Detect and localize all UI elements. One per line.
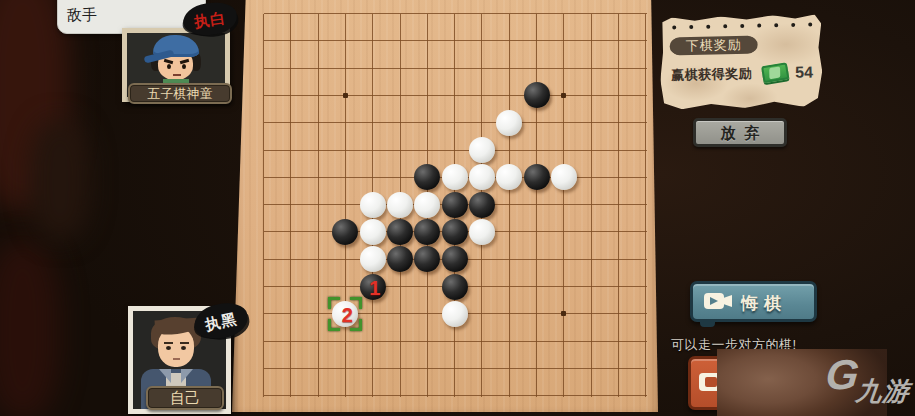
white-stone: [469, 137, 495, 163]
grid-line: [509, 14, 510, 397]
background-blob: [0, 240, 60, 416]
avatar-art: [173, 358, 180, 360]
opponent-name: 五子棋神童: [128, 83, 232, 104]
grid-line: [264, 40, 647, 41]
grid-line: [563, 14, 564, 397]
grid-line: [264, 68, 647, 69]
star-point: [343, 93, 348, 98]
white-stone: [360, 246, 386, 272]
player-name: 自己: [146, 386, 224, 410]
black-stone: [414, 246, 440, 272]
move-number-marker: 1: [365, 278, 385, 298]
avatar-art: [181, 346, 186, 350]
money-icon: [761, 62, 789, 83]
grid-line: [618, 14, 619, 397]
white-stone: [496, 164, 522, 190]
give-up-button[interactable]: 放弃: [693, 118, 787, 147]
black-stone: [442, 246, 468, 272]
perforation-dot: [723, 24, 727, 28]
perforation-dot: [706, 25, 710, 29]
grid-line: [536, 14, 537, 397]
game-screen: 12 敌手 执白 五子棋神童 执黑: [0, 0, 915, 416]
black-stone: [442, 192, 468, 218]
grid-line: [264, 95, 647, 96]
grid-line: [264, 395, 647, 396]
white-stone: [360, 219, 386, 245]
grid-line: [645, 14, 646, 397]
reward-panel: 下棋奖励 赢棋获得奖励 54: [659, 14, 823, 109]
avatar-art: [180, 342, 189, 344]
perforation-dot: [757, 24, 761, 28]
black-stone: [524, 82, 550, 108]
white-stone: [469, 164, 495, 190]
avatar-art: [173, 74, 181, 76]
avatar-art: [164, 342, 173, 344]
black-stone: [414, 164, 440, 190]
move-number-marker: 2: [337, 305, 357, 325]
grid-line: [263, 14, 264, 397]
black-stone: [442, 274, 468, 300]
grid-line: [345, 14, 346, 397]
perforation-dot: [808, 23, 812, 27]
reward-title-badge: 下棋奖励: [670, 36, 756, 56]
video-camera-icon: [704, 292, 734, 311]
black-stone: [442, 219, 468, 245]
black-stone: [387, 246, 413, 272]
white-stone: [442, 164, 468, 190]
black-stone: [524, 164, 550, 190]
white-stone: [551, 164, 577, 190]
white-stone: [496, 110, 522, 136]
reward-amount: 54: [795, 61, 813, 83]
white-stone: [360, 192, 386, 218]
reward-desc: 赢棋获得奖励: [671, 66, 752, 83]
grid-line: [318, 14, 319, 397]
white-stone: [469, 219, 495, 245]
white-stone: [442, 301, 468, 327]
speech-bubble-text: 敌手: [67, 6, 97, 25]
black-stone: [332, 219, 358, 245]
black-stone: [469, 192, 495, 218]
star-point: [561, 93, 566, 98]
perforation-dot: [774, 23, 778, 27]
reward-line: 赢棋获得奖励 54: [671, 61, 821, 86]
gomoku-board[interactable]: 12: [230, 0, 658, 412]
grid-line: [264, 150, 647, 151]
avatar-art: [166, 346, 171, 350]
undo-label: 悔棋: [741, 292, 787, 315]
board-grid: 12: [264, 14, 647, 397]
grid-line: [264, 341, 647, 342]
grid-line: [264, 122, 647, 123]
star-point: [561, 311, 566, 316]
grid-line: [290, 14, 291, 397]
background-blob: [30, 120, 90, 240]
undo-button[interactable]: 悔棋: [690, 281, 817, 322]
perforation-dot: [740, 24, 744, 28]
grid-line: [264, 13, 647, 14]
grid-line: [264, 368, 647, 369]
black-stone: [387, 219, 413, 245]
grid-line: [591, 14, 592, 397]
undo-button-notch: [700, 320, 715, 327]
black-stone: [414, 219, 440, 245]
perforation-dot: [689, 25, 693, 29]
9game-watermark: G 九游: [826, 352, 915, 412]
avatar-art: [182, 64, 186, 69]
white-stone: [414, 192, 440, 218]
perforation-dot: [791, 23, 795, 27]
white-stone: [387, 192, 413, 218]
9game-logo-text: 九游: [854, 374, 912, 409]
perforation-dot: [672, 25, 676, 29]
avatar-art: [167, 64, 171, 69]
